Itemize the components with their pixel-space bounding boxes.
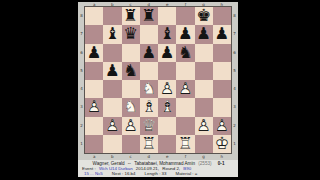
square-e6: ♟ bbox=[158, 44, 176, 62]
black-player-elo: (2553) bbox=[198, 161, 211, 166]
white-bishop-e3: ♗ bbox=[158, 98, 176, 116]
square-g7: ♟ bbox=[195, 25, 213, 43]
square-c2: ♟♙ bbox=[122, 117, 140, 135]
black-pawn-d6: ♟ bbox=[140, 44, 158, 62]
square-d2: ♛♕ bbox=[140, 117, 158, 135]
white-pawn-c2: ♙ bbox=[122, 117, 140, 135]
square-g2: ♟♙ bbox=[195, 117, 213, 135]
last-move-link[interactable]: 15 ... Nc5 bbox=[84, 171, 103, 176]
square-b4 bbox=[103, 80, 121, 98]
square-g6 bbox=[195, 44, 213, 62]
square-h2: ♟♙ bbox=[213, 117, 231, 135]
white-pawn-f4: ♙ bbox=[176, 80, 194, 98]
square-h5 bbox=[213, 62, 231, 80]
square-a7 bbox=[85, 25, 103, 43]
black-knight-f6: ♞ bbox=[176, 44, 194, 62]
square-e8 bbox=[158, 7, 176, 25]
square-d6: ♟ bbox=[140, 44, 158, 62]
square-g1 bbox=[195, 135, 213, 153]
square-f2 bbox=[176, 117, 194, 135]
square-a4 bbox=[85, 80, 103, 98]
square-a8 bbox=[85, 7, 103, 25]
square-h8 bbox=[213, 7, 231, 25]
square-h6 bbox=[213, 44, 231, 62]
file-label-c: c bbox=[122, 154, 140, 159]
square-b6 bbox=[103, 44, 121, 62]
file-label-a: a bbox=[85, 154, 103, 159]
white-pawn-h2: ♙ bbox=[213, 117, 231, 135]
black-bishop-e7: ♝ bbox=[158, 25, 176, 43]
file-label-f: f bbox=[176, 154, 194, 159]
white-pawn-g2: ♙ bbox=[195, 117, 213, 135]
white-rook-f1: ♖ bbox=[176, 135, 194, 153]
game-length: Length : 33 bbox=[145, 171, 167, 176]
square-d7 bbox=[140, 25, 158, 43]
white-bishop-d3: ♗ bbox=[140, 98, 158, 116]
square-e1 bbox=[158, 135, 176, 153]
file-label-e: e bbox=[158, 154, 176, 159]
black-pawn-f7: ♟ bbox=[176, 25, 194, 43]
square-c1 bbox=[122, 135, 140, 153]
square-c3: ♞♘ bbox=[122, 98, 140, 116]
square-e2 bbox=[158, 117, 176, 135]
white-knight-d4: ♘ bbox=[140, 80, 158, 98]
black-pawn-h7: ♟ bbox=[213, 25, 231, 43]
square-d4: ♞♘ bbox=[140, 80, 158, 98]
white-pawn-e4: ♙ bbox=[158, 80, 176, 98]
status-line: 15 ... Nc5 Next : 16.b4 Length : 33 Mate… bbox=[78, 171, 238, 176]
black-pawn-e6: ♟ bbox=[158, 44, 176, 62]
rank-label-3: 3 bbox=[231, 98, 238, 116]
square-e7: ♝ bbox=[158, 25, 176, 43]
rank-label-7: 7 bbox=[231, 25, 238, 43]
rank-label-2: 2 bbox=[231, 117, 238, 135]
square-b3 bbox=[103, 98, 121, 116]
black-rook-c8: ♜ bbox=[122, 7, 140, 25]
file-label-h: h bbox=[213, 154, 231, 159]
square-f7: ♟ bbox=[176, 25, 194, 43]
square-e4: ♟♙ bbox=[158, 80, 176, 98]
square-f1: ♜♖ bbox=[176, 135, 194, 153]
black-pawn-a6: ♟ bbox=[85, 44, 103, 62]
square-b8 bbox=[103, 7, 121, 25]
square-h1: ♚♔ bbox=[213, 135, 231, 153]
black-queen-c7: ♛ bbox=[122, 25, 140, 43]
square-f4: ♟♙ bbox=[176, 80, 194, 98]
black-king-g8: ♚ bbox=[195, 7, 213, 25]
black-pawn-g7: ♟ bbox=[195, 25, 213, 43]
square-a3: ♟♙ bbox=[85, 98, 103, 116]
square-g4 bbox=[195, 80, 213, 98]
game-info-panel: Wagner, Gerald -- Tabatabaei, Mohammad A… bbox=[78, 160, 238, 177]
square-c8: ♜ bbox=[122, 7, 140, 25]
white-pawn-b2: ♙ bbox=[103, 117, 121, 135]
white-rook-d1: ♖ bbox=[140, 135, 158, 153]
square-g3 bbox=[195, 98, 213, 116]
rank-label-8: 8 bbox=[231, 7, 238, 25]
square-c4 bbox=[122, 80, 140, 98]
square-d5 bbox=[140, 62, 158, 80]
black-pawn-b5: ♟ bbox=[103, 62, 121, 80]
square-a2 bbox=[85, 117, 103, 135]
material-balance: Material : = bbox=[176, 171, 198, 176]
square-h7: ♟ bbox=[213, 25, 231, 43]
next-move: Next : 16.b4 bbox=[112, 171, 136, 176]
square-a1 bbox=[85, 135, 103, 153]
file-label-b: b bbox=[103, 154, 121, 159]
square-c7: ♛ bbox=[122, 25, 140, 43]
file-label-g: g bbox=[195, 154, 213, 159]
rank-label-1: 1 bbox=[231, 135, 238, 153]
square-d1: ♜♖ bbox=[140, 135, 158, 153]
square-b1 bbox=[103, 135, 121, 153]
rank-label-4: 4 bbox=[231, 80, 238, 98]
rank-label-5: 5 bbox=[231, 62, 238, 80]
square-a5 bbox=[85, 62, 103, 80]
white-pawn-a3: ♙ bbox=[85, 98, 103, 116]
white-knight-c3: ♘ bbox=[122, 98, 140, 116]
square-b5: ♟ bbox=[103, 62, 121, 80]
chess-board: ♜♜♚♝♛♝♟♟♟♟♟♟♞♟♞♞♘♟♙♟♙♟♙♞♘♝♗♝♗♟♙♟♙♛♕♟♙♟♙♜… bbox=[84, 6, 232, 154]
video-frame: abcdefgh abcdefgh 87654321 87654321 ♜♜♚♝… bbox=[0, 0, 320, 180]
square-h4 bbox=[213, 80, 231, 98]
black-rook-d8: ♜ bbox=[140, 7, 158, 25]
square-d8: ♜ bbox=[140, 7, 158, 25]
square-g8: ♚ bbox=[195, 7, 213, 25]
black-bishop-b7: ♝ bbox=[103, 25, 121, 43]
square-e5 bbox=[158, 62, 176, 80]
board-frame: abcdefgh abcdefgh 87654321 87654321 ♜♜♚♝… bbox=[78, 2, 238, 160]
file-labels-bottom: abcdefgh bbox=[85, 154, 231, 159]
square-e3: ♝♗ bbox=[158, 98, 176, 116]
square-f6: ♞ bbox=[176, 44, 194, 62]
square-f3 bbox=[176, 98, 194, 116]
white-queen-d2: ♕ bbox=[140, 117, 158, 135]
rank-label-6: 6 bbox=[231, 44, 238, 62]
square-c6 bbox=[122, 44, 140, 62]
file-label-d: d bbox=[140, 154, 158, 159]
square-a6: ♟ bbox=[85, 44, 103, 62]
white-king-h1: ♔ bbox=[213, 135, 231, 153]
square-b7: ♝ bbox=[103, 25, 121, 43]
rank-labels-right: 87654321 bbox=[231, 7, 238, 153]
square-f5 bbox=[176, 62, 194, 80]
black-knight-c5: ♞ bbox=[122, 62, 140, 80]
square-h3 bbox=[213, 98, 231, 116]
square-f8 bbox=[176, 7, 194, 25]
square-b2: ♟♙ bbox=[103, 117, 121, 135]
square-g5 bbox=[195, 62, 213, 80]
square-d3: ♝♗ bbox=[140, 98, 158, 116]
game-result: 0-1 bbox=[218, 161, 225, 166]
square-c5: ♞ bbox=[122, 62, 140, 80]
